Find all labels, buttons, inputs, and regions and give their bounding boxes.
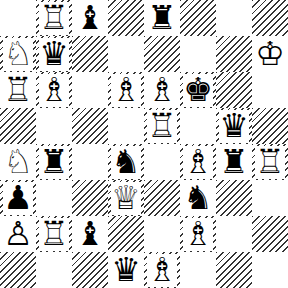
square-e3[interactable] [144, 180, 180, 216]
square-f6[interactable]: ♚ [180, 72, 216, 108]
square-a8[interactable] [0, 0, 36, 36]
piece-white-bishop: ♗ [144, 252, 180, 288]
square-a3[interactable]: ♟ [0, 180, 36, 216]
square-c2[interactable]: ♝ [72, 216, 108, 252]
square-b4[interactable]: ♜ [36, 144, 72, 180]
piece-white-king: ♔ [252, 36, 288, 72]
piece-black-rook: ♜ [36, 144, 72, 180]
square-d3[interactable]: ♕ [108, 180, 144, 216]
square-h3[interactable] [252, 180, 288, 216]
square-e4[interactable] [144, 144, 180, 180]
square-c3[interactable] [72, 180, 108, 216]
piece-white-bishop: ♗ [36, 72, 72, 108]
square-h2[interactable] [252, 216, 288, 252]
piece-white-rook: ♖ [36, 0, 72, 36]
square-c1[interactable] [72, 252, 108, 288]
piece-white-pawn: ♙ [0, 216, 36, 252]
square-h4[interactable]: ♖ [252, 144, 288, 180]
square-c6[interactable] [72, 72, 108, 108]
piece-white-bishop: ♗ [180, 216, 216, 252]
piece-black-queen: ♛ [216, 108, 252, 144]
chess-board: ♖♝♜♘♛♔♖♗♗♗♚♖♛♘♜♞♗♜♖♟♕♞♙♖♝♗♛♗ [0, 0, 288, 288]
piece-white-rook: ♖ [252, 144, 288, 180]
square-d7[interactable] [108, 36, 144, 72]
piece-white-bishop: ♗ [144, 72, 180, 108]
piece-white-rook: ♖ [0, 72, 36, 108]
square-a5[interactable] [0, 108, 36, 144]
square-d5[interactable] [108, 108, 144, 144]
square-b7[interactable]: ♛ [36, 36, 72, 72]
square-g3[interactable] [216, 180, 252, 216]
square-h1[interactable] [252, 252, 288, 288]
square-e7[interactable] [144, 36, 180, 72]
square-d8[interactable] [108, 0, 144, 36]
square-b1[interactable] [36, 252, 72, 288]
piece-white-knight: ♘ [0, 144, 36, 180]
square-b3[interactable] [36, 180, 72, 216]
piece-white-queen: ♕ [108, 180, 144, 216]
square-e1[interactable]: ♗ [144, 252, 180, 288]
square-d4[interactable]: ♞ [108, 144, 144, 180]
square-g7[interactable] [216, 36, 252, 72]
square-a4[interactable]: ♘ [0, 144, 36, 180]
piece-black-queen: ♛ [36, 36, 72, 72]
piece-white-bishop: ♗ [108, 72, 144, 108]
square-c5[interactable] [72, 108, 108, 144]
square-e6[interactable]: ♗ [144, 72, 180, 108]
square-a1[interactable] [0, 252, 36, 288]
square-d2[interactable] [108, 216, 144, 252]
piece-black-king: ♚ [180, 72, 216, 108]
square-c8[interactable]: ♝ [72, 0, 108, 36]
square-b5[interactable] [36, 108, 72, 144]
square-d1[interactable]: ♛ [108, 252, 144, 288]
square-g8[interactable] [216, 0, 252, 36]
square-a6[interactable]: ♖ [0, 72, 36, 108]
square-a7[interactable]: ♘ [0, 36, 36, 72]
square-f4[interactable]: ♗ [180, 144, 216, 180]
square-c4[interactable] [72, 144, 108, 180]
square-g5[interactable]: ♛ [216, 108, 252, 144]
square-d6[interactable]: ♗ [108, 72, 144, 108]
piece-black-bishop: ♝ [72, 216, 108, 252]
square-a2[interactable]: ♙ [0, 216, 36, 252]
square-g1[interactable] [216, 252, 252, 288]
piece-white-knight: ♘ [0, 36, 36, 72]
square-f2[interactable]: ♗ [180, 216, 216, 252]
piece-black-queen: ♛ [108, 252, 144, 288]
piece-black-bishop: ♝ [72, 0, 108, 36]
piece-black-knight: ♞ [180, 180, 216, 216]
square-h7[interactable]: ♔ [252, 36, 288, 72]
square-g2[interactable] [216, 216, 252, 252]
piece-black-pawn: ♟ [0, 180, 36, 216]
square-f7[interactable] [180, 36, 216, 72]
piece-black-rook: ♜ [216, 144, 252, 180]
square-h5[interactable] [252, 108, 288, 144]
square-e2[interactable] [144, 216, 180, 252]
square-h6[interactable] [252, 72, 288, 108]
square-f1[interactable] [180, 252, 216, 288]
square-b8[interactable]: ♖ [36, 0, 72, 36]
piece-black-knight: ♞ [108, 144, 144, 180]
square-h8[interactable] [252, 0, 288, 36]
square-g6[interactable] [216, 72, 252, 108]
piece-white-rook: ♖ [144, 108, 180, 144]
square-e5[interactable]: ♖ [144, 108, 180, 144]
square-c7[interactable] [72, 36, 108, 72]
square-f8[interactable] [180, 0, 216, 36]
square-f3[interactable]: ♞ [180, 180, 216, 216]
square-f5[interactable] [180, 108, 216, 144]
square-g4[interactable]: ♜ [216, 144, 252, 180]
square-b6[interactable]: ♗ [36, 72, 72, 108]
piece-white-bishop: ♗ [180, 144, 216, 180]
square-e8[interactable]: ♜ [144, 0, 180, 36]
piece-black-rook: ♜ [144, 0, 180, 36]
piece-white-rook: ♖ [36, 216, 72, 252]
square-b2[interactable]: ♖ [36, 216, 72, 252]
